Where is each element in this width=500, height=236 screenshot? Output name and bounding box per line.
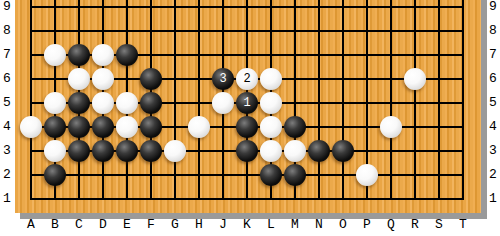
black-stone-K4 [236,116,258,138]
black-stone-C4 [68,116,90,138]
white-stone-H4 [188,116,210,138]
column-label-A: A [23,217,39,233]
white-stone-L6 [260,68,282,90]
row-label-right-7: 7 [486,46,500,64]
row-label-right-6: 6 [486,70,500,88]
black-stone-O3 [332,140,354,162]
black-stone-E3 [116,140,138,162]
white-stone-D7 [92,44,114,66]
column-label-P: P [359,217,375,233]
black-stone-M2 [284,164,306,186]
column-label-B: B [47,217,63,233]
black-stone-M4 [284,116,306,138]
white-stone-D6 [92,68,114,90]
row-label-right-4: 4 [486,118,500,136]
column-label-L: L [263,217,279,233]
white-stone-B3 [44,140,66,162]
column-label-C: C [71,217,87,233]
white-stone-B5 [44,92,66,114]
black-stone-F5 [140,92,162,114]
black-stone-C5 [68,92,90,114]
white-stone-Q4 [380,116,402,138]
row-label-left-2: 2 [0,166,14,184]
black-stone-L2 [260,164,282,186]
white-stone-A4 [20,116,42,138]
black-stone-N3 [308,140,330,162]
row-label-left-3: 3 [0,142,14,160]
white-stone-L5 [260,92,282,114]
white-stone-G3 [164,140,186,162]
move-number-label: 2 [243,68,250,90]
white-stone-L3 [260,140,282,162]
column-label-E: E [119,217,135,233]
column-label-F: F [143,217,159,233]
black-stone-D4 [92,116,114,138]
column-label-M: M [287,217,303,233]
row-label-right-9: 9 [486,0,500,16]
grid-hline-8 [30,30,464,32]
row-label-right-8: 8 [486,22,500,40]
white-stone-B7 [44,44,66,66]
go-board-surface[interactable]: 321 [15,0,481,213]
black-stone-C7 [68,44,90,66]
black-stone-F6 [140,68,162,90]
white-stone-K6: 2 [236,68,258,90]
move-number-label: 3 [219,68,226,90]
column-label-O: O [335,217,351,233]
go-diagram: 321 987654321 987654321 ABCDEFGHJKLMNOPQ… [0,0,500,236]
grid-hline-1 [30,198,464,200]
white-stone-P2 [356,164,378,186]
black-stone-F3 [140,140,162,162]
move-number-label: 1 [243,92,250,114]
black-stone-F4 [140,116,162,138]
column-label-R: R [407,217,423,233]
white-stone-R6 [404,68,426,90]
row-label-right-2: 2 [486,166,500,184]
column-label-D: D [95,217,111,233]
black-stone-K5: 1 [236,92,258,114]
row-label-left-7: 7 [0,46,14,64]
column-label-S: S [431,217,447,233]
black-stone-E7 [116,44,138,66]
white-stone-L4 [260,116,282,138]
row-label-right-3: 3 [486,142,500,160]
row-label-left-5: 5 [0,94,14,112]
row-label-left-9: 9 [0,0,14,16]
black-stone-J6: 3 [212,68,234,90]
black-stone-D3 [92,140,114,162]
black-stone-C3 [68,140,90,162]
grid-hline-9 [30,6,464,8]
white-stone-J5 [212,92,234,114]
row-label-left-8: 8 [0,22,14,40]
column-label-K: K [239,217,255,233]
white-stone-C6 [68,68,90,90]
black-stone-K3 [236,140,258,162]
column-label-Q: Q [383,217,399,233]
column-label-N: N [311,217,327,233]
column-label-H: H [191,217,207,233]
row-label-right-5: 5 [486,94,500,112]
white-stone-E5 [116,92,138,114]
white-stone-D5 [92,92,114,114]
row-label-left-4: 4 [0,118,14,136]
white-stone-M3 [284,140,306,162]
column-label-J: J [215,217,231,233]
column-label-T: T [455,217,471,233]
column-label-G: G [167,217,183,233]
row-label-left-6: 6 [0,70,14,88]
black-stone-B4 [44,116,66,138]
black-stone-B2 [44,164,66,186]
grid-hline-2 [30,174,464,176]
row-label-right-1: 1 [486,190,500,208]
white-stone-E4 [116,116,138,138]
row-label-left-1: 1 [0,190,14,208]
